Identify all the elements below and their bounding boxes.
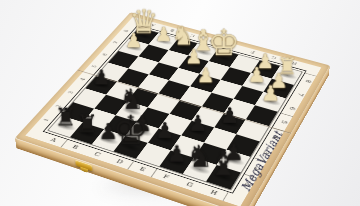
black-bishop-glyph: ♝ bbox=[208, 146, 239, 180]
photo-scene: ♛♟♞♝♚♟♜♟♟♟♟♟♟♟♟♞♟♟♟♟♜♜♟♚♟♞♝ ABCDEFGH 876… bbox=[0, 0, 360, 206]
rank-label: 8 bbox=[294, 75, 320, 88]
black-king-glyph: ♚ bbox=[113, 110, 149, 150]
black-rook-glyph: ♜ bbox=[54, 105, 76, 130]
white-king-glyph: ♚ bbox=[208, 25, 240, 61]
black-rook-glyph: ♜ bbox=[76, 111, 98, 136]
